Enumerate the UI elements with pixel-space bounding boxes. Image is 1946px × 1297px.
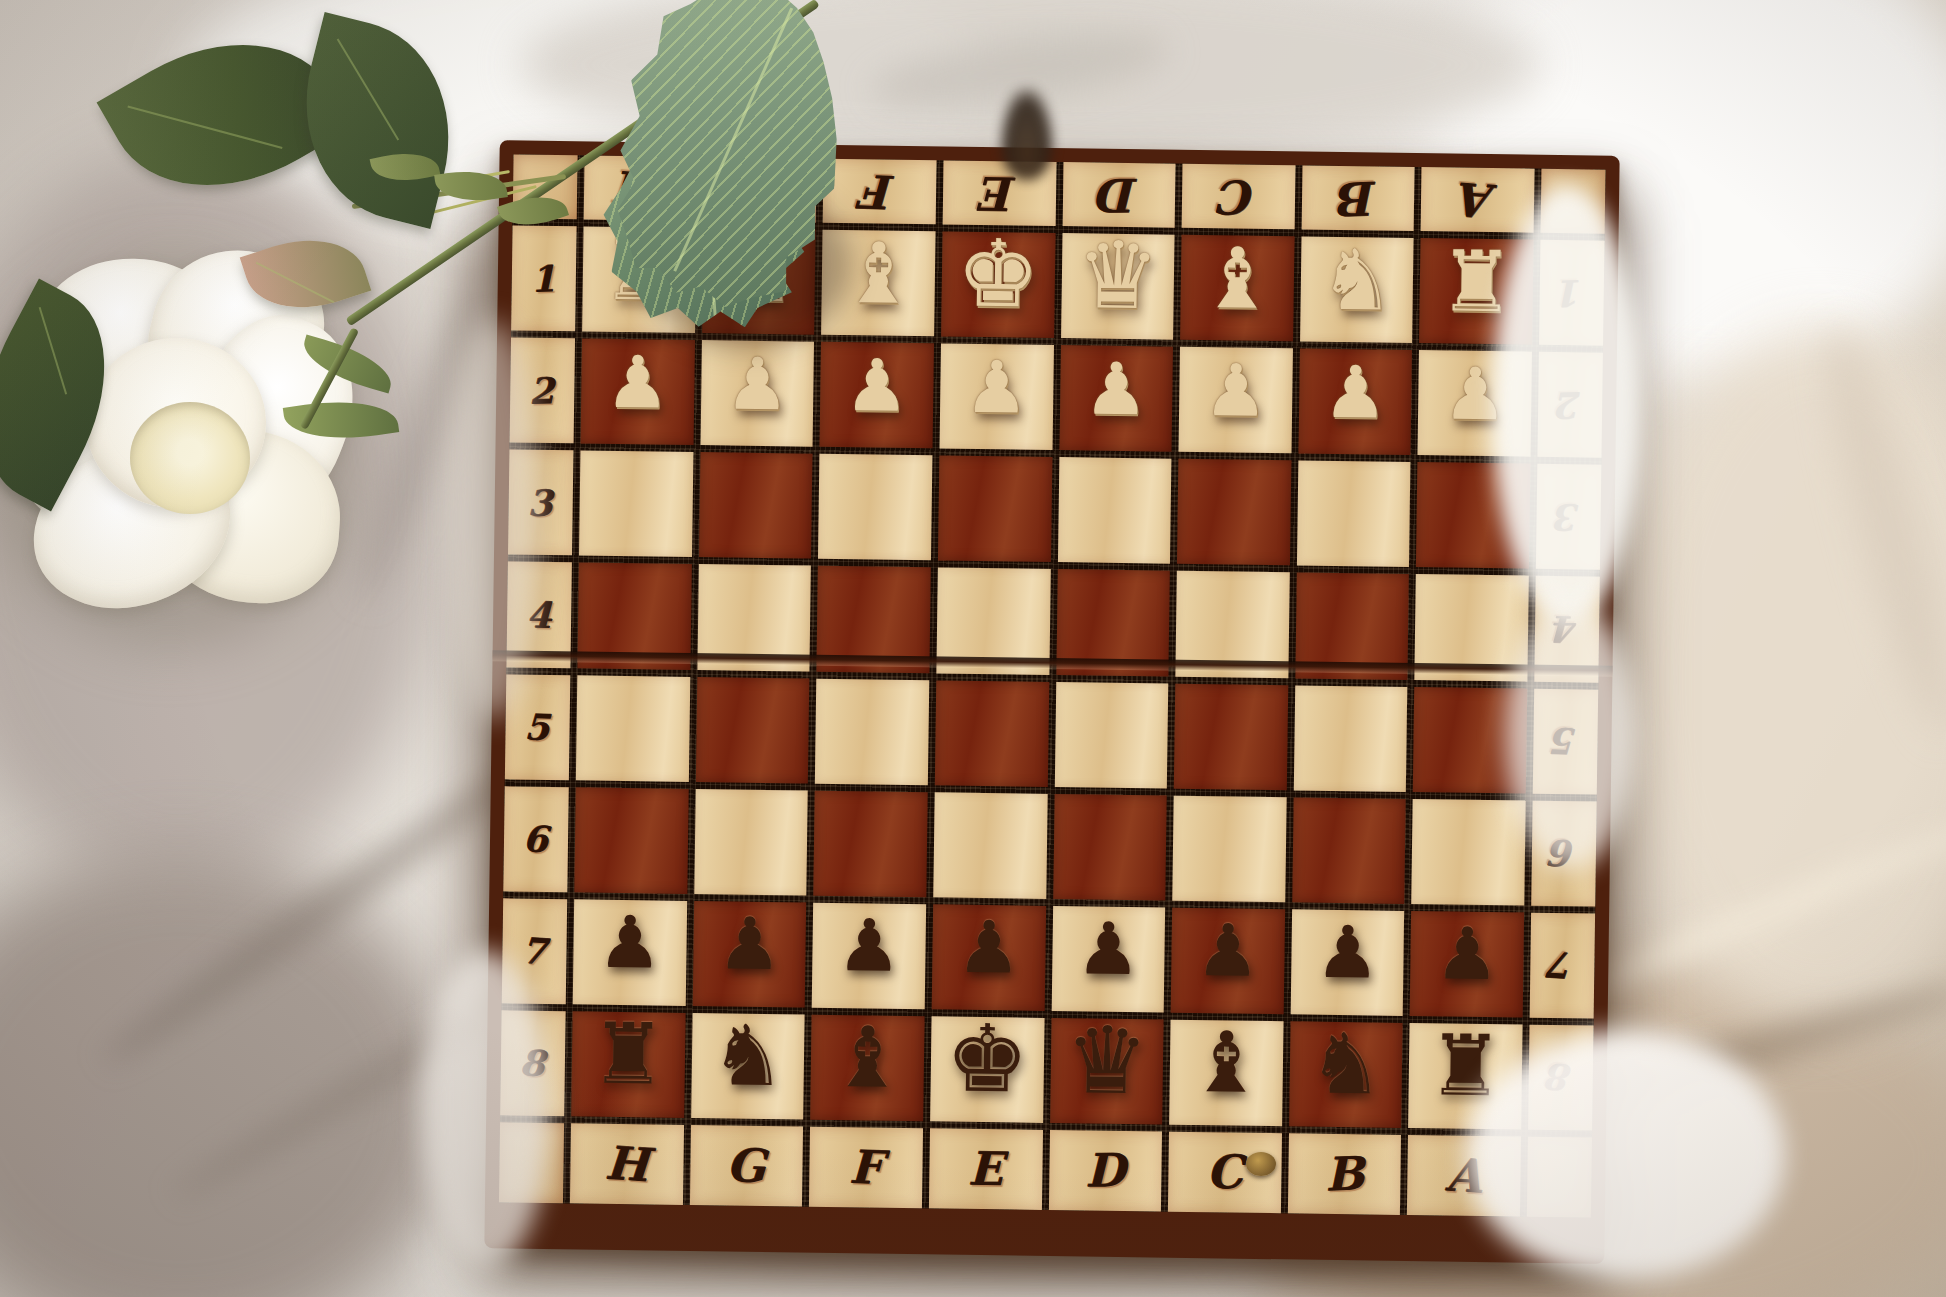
file-label-bottom-f: F [849,1140,883,1195]
square-e5[interactable] [935,680,1049,787]
border-letter-cell: H [570,1123,684,1205]
file-label-top-c: C [1220,169,1258,224]
piece-black-knight[interactable]: ♞ [1308,1022,1384,1107]
square-a2[interactable]: ♟ [1418,350,1532,457]
square-d8[interactable]: ♛ [1050,1018,1164,1125]
border-letter-cell: F [823,159,937,225]
fur-shadow-bottom-left [0,850,460,1297]
square-a8[interactable]: ♜ [1408,1023,1522,1130]
rank-label-left-6: 6 [522,817,549,860]
border-number-cell: 6 [503,786,568,892]
square-f5[interactable] [815,678,929,785]
rank-label-left-7: 7 [521,929,549,973]
file-label-bottom-g: G [725,1138,767,1194]
rank-label-right-5: 5 [1552,720,1578,763]
square-d2[interactable]: ♟ [1059,345,1173,452]
hinge-latch-knob [1000,88,1054,180]
square-b2[interactable]: ♟ [1298,349,1412,456]
piece-black-bishop[interactable]: ♝ [1188,1020,1264,1105]
piece-black-pawn[interactable]: ♟ [1076,913,1142,986]
piece-white-pawn[interactable]: ♟ [844,349,910,422]
border-letter-cell: G [690,1125,804,1207]
square-g6[interactable] [694,789,808,896]
rank-label-right-6: 6 [1550,832,1577,875]
piece-black-king[interactable]: ♚ [945,1012,1030,1106]
fur-fold [1807,319,1946,740]
rank-label-right-4: 4 [1554,608,1580,650]
piece-white-pawn[interactable]: ♟ [964,350,1030,423]
square-e8[interactable]: ♚ [930,1016,1044,1123]
square-d1[interactable]: ♛ [1061,233,1175,340]
square-h7[interactable]: ♟ [573,899,687,1006]
border-number-cell: 3 [1536,464,1601,570]
fur-warm-right [1620,330,1946,1030]
square-g3[interactable] [699,452,813,559]
rank-label-left-4: 4 [526,594,552,636]
piece-black-rook[interactable]: ♜ [1427,1024,1503,1109]
piece-white-pawn[interactable]: ♟ [605,345,671,418]
square-d3[interactable] [1057,457,1171,564]
board-corner-cell [1541,169,1606,234]
piece-white-king[interactable]: ♚ [956,228,1041,322]
fur-fold [95,760,525,1076]
square-f2[interactable]: ♟ [820,342,934,449]
square-b3[interactable] [1297,461,1411,568]
rank-label-left-3: 3 [528,482,553,524]
rank-label-right-7: 7 [1548,944,1576,988]
square-a1[interactable]: ♜ [1419,238,1533,345]
square-e7[interactable]: ♟ [932,904,1046,1011]
piece-black-queen[interactable]: ♛ [1064,1014,1149,1108]
square-c5[interactable] [1174,683,1288,790]
border-letter-cell: B [1288,1133,1402,1215]
square-b6[interactable] [1292,797,1406,904]
piece-white-bishop[interactable]: ♝ [1199,236,1275,321]
rank-label-left-1: 1 [531,257,558,300]
border-number-cell: 7 [1530,912,1595,1018]
border-letter-cell: D [1048,1130,1162,1212]
rose-center [130,402,250,514]
square-b1[interactable]: ♞ [1300,236,1414,343]
rank-label-left-2: 2 [529,369,555,412]
rank-label-left-8: 8 [519,1041,547,1085]
square-c8[interactable]: ♝ [1169,1020,1283,1127]
square-e2[interactable]: ♟ [939,344,1053,451]
piece-white-pawn[interactable]: ♟ [725,347,791,420]
square-a3[interactable] [1416,462,1530,569]
square-h3[interactable] [579,451,693,558]
piece-white-pawn[interactable]: ♟ [1203,354,1269,427]
border-letter-cell: A [1407,1135,1521,1217]
border-number-cell: 5 [505,674,570,780]
square-d7[interactable]: ♟ [1051,906,1165,1013]
file-label-bottom-h: H [603,1136,650,1193]
square-g8[interactable]: ♞ [691,1013,805,1120]
piece-black-pawn[interactable]: ♟ [1434,918,1500,991]
border-number-cell: 1 [1539,240,1604,346]
rank-label-right-1: 1 [1558,271,1585,314]
piece-black-pawn[interactable]: ♟ [1315,916,1381,989]
square-h6[interactable] [574,787,688,894]
square-g2[interactable]: ♟ [700,340,814,447]
square-h8[interactable]: ♜ [571,1011,685,1118]
piece-black-rook[interactable]: ♜ [590,1012,666,1097]
border-number-cell: 5 [1533,688,1598,794]
rank-label-right-2: 2 [1557,384,1583,427]
border-number-cell: 6 [1531,800,1596,906]
file-label-bottom-a: A [1445,1148,1484,1204]
square-a7[interactable]: ♟ [1410,911,1524,1018]
piece-black-bishop[interactable]: ♝ [829,1015,905,1100]
square-g5[interactable] [695,677,809,784]
piece-white-queen[interactable]: ♛ [1075,229,1160,323]
square-b5[interactable] [1294,685,1408,792]
piece-black-pawn[interactable]: ♟ [597,906,663,979]
brass-clasp [1246,1152,1276,1176]
border-letter-cell: D [1062,162,1176,228]
rank-label-right-3: 3 [1556,496,1581,538]
border-number-cell: 3 [508,450,573,556]
square-h5[interactable] [576,675,690,782]
square-c1[interactable]: ♝ [1180,235,1294,342]
border-letter-cell: F [809,1127,923,1209]
piece-white-pawn[interactable]: ♟ [1442,357,1508,430]
square-d5[interactable] [1054,682,1168,789]
piece-white-knight[interactable]: ♞ [1319,237,1395,322]
border-letter-cell: C [1182,164,1296,230]
border-number-cell: 8 [500,1010,565,1116]
square-c3[interactable] [1177,459,1291,566]
border-number-cell: 7 [502,898,567,1004]
rank-label-right-8: 8 [1547,1056,1575,1100]
square-c6[interactable] [1172,795,1286,902]
square-f7[interactable]: ♟ [812,902,926,1009]
piece-black-pawn[interactable]: ♟ [836,909,902,982]
square-e3[interactable] [938,456,1052,563]
piece-white-rook[interactable]: ♜ [1438,239,1514,324]
file-label-bottom-e: E [968,1142,1004,1196]
border-number-cell: 8 [1528,1025,1593,1131]
file-label-bottom-d: D [1085,1144,1125,1198]
border-number-cell: 2 [1537,352,1602,458]
border-letter-cell: E [929,1128,1043,1210]
border-number-cell: 2 [510,338,575,444]
border-letter-cell: B [1301,165,1415,231]
square-e6[interactable] [933,792,1047,899]
piece-white-bishop[interactable]: ♝ [840,231,916,316]
square-d6[interactable] [1053,794,1167,901]
square-g7[interactable]: ♟ [692,901,806,1008]
file-label-top-f: F [862,164,896,219]
square-c7[interactable]: ♟ [1171,907,1285,1014]
rose-leaf [280,12,475,229]
square-e1[interactable]: ♚ [941,231,1055,338]
square-b8[interactable]: ♞ [1289,1021,1403,1128]
square-f6[interactable] [814,790,928,897]
piece-black-knight[interactable]: ♞ [710,1014,786,1099]
piece-black-pawn[interactable]: ♟ [717,908,783,981]
piece-black-pawn[interactable]: ♟ [956,911,1022,984]
square-c2[interactable]: ♟ [1179,347,1293,454]
square-h2[interactable]: ♟ [581,339,695,446]
board-corner-cell [499,1122,564,1203]
square-f3[interactable] [818,454,932,561]
piece-white-pawn[interactable]: ♟ [1083,352,1149,425]
piece-black-pawn[interactable]: ♟ [1195,914,1261,987]
file-label-bottom-b: B [1324,1146,1365,1201]
square-a5[interactable] [1413,687,1527,794]
square-b7[interactable]: ♟ [1290,909,1404,1016]
file-label-top-d: D [1099,168,1139,222]
file-label-top-a: A [1458,172,1497,228]
file-label-top-b: B [1338,170,1379,225]
piece-white-pawn[interactable]: ♟ [1323,355,1389,428]
scene-photo-chess-on-fur: HGFEDCBA1♜♞♝♚♛♝♞♜12♟♟♟♟♟♟♟♟2334455667♟♟♟… [0,0,1946,1297]
board-corner-cell [1527,1137,1592,1218]
rank-label-left-5: 5 [524,705,550,748]
square-f8[interactable]: ♝ [810,1015,924,1122]
square-a6[interactable] [1412,799,1526,906]
file-label-bottom-c: C [1206,1145,1244,1200]
border-letter-cell: A [1421,167,1535,233]
border-number-cell: 1 [511,225,576,331]
